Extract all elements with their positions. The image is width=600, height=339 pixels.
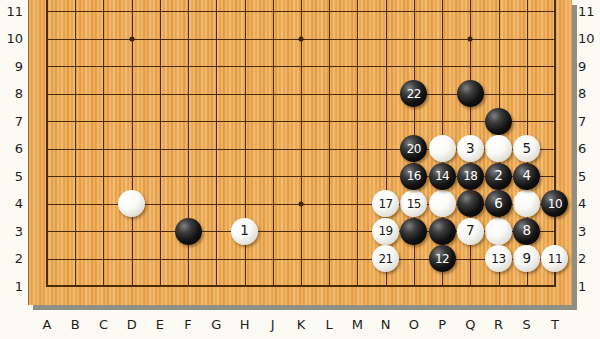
- coord-col-J: J: [259, 315, 287, 333]
- coord-row-left-1: 1: [0, 272, 23, 300]
- coord-col-T: T: [541, 315, 569, 333]
- move-18-black-Q5: 18: [457, 163, 484, 190]
- move-21-white-N2: 21: [372, 245, 399, 272]
- coord-row-right-8: 8: [578, 80, 600, 108]
- coord-row-left-9: 9: [0, 52, 23, 80]
- move-20-black-O6: 20: [400, 135, 427, 162]
- coord-row-right-11: 11: [578, 0, 600, 25]
- coord-col-S: S: [513, 315, 541, 333]
- coord-row-left-5: 5: [0, 162, 23, 190]
- coord-col-F: F: [174, 315, 202, 333]
- stone-white-P4: [429, 190, 456, 217]
- coord-row-right-2: 2: [578, 245, 600, 273]
- move-number: 18: [463, 170, 477, 182]
- move-number: 8: [522, 224, 531, 238]
- coord-row-left-3: 3: [0, 217, 23, 245]
- coord-row-right-7: 7: [578, 107, 600, 135]
- move-6-black-R4: 6: [485, 190, 512, 217]
- stone-white-D4: [118, 190, 145, 217]
- move-14-black-P5: 14: [429, 163, 456, 190]
- stone-black-Q8: [457, 80, 484, 107]
- move-number: 16: [407, 170, 421, 182]
- row-labels-left: 1110987654321: [0, 0, 23, 300]
- move-1-white-H3: 1: [231, 218, 258, 245]
- move-number: 6: [494, 197, 503, 211]
- move-number: 15: [407, 198, 421, 210]
- move-11-white-T2: 11: [541, 245, 568, 272]
- move-number: 14: [435, 170, 449, 182]
- move-number: 17: [378, 198, 392, 210]
- coord-col-R: R: [484, 315, 512, 333]
- stone-black-F3: [175, 218, 202, 245]
- stone-black-P3: [429, 218, 456, 245]
- move-number: 4: [522, 169, 531, 183]
- stone-white-S4: [513, 190, 540, 217]
- stone-black-Q4: [457, 190, 484, 217]
- coord-col-L: L: [315, 315, 343, 333]
- move-number: 10: [548, 198, 562, 210]
- move-number: 1: [240, 224, 249, 238]
- coord-col-H: H: [230, 315, 258, 333]
- move-7-white-Q3: 7: [457, 218, 484, 245]
- coord-col-N: N: [372, 315, 400, 333]
- move-number: 19: [378, 225, 392, 237]
- move-number: 20: [407, 143, 421, 155]
- stone-white-R3: [485, 218, 512, 245]
- coord-row-right-9: 9: [578, 52, 600, 80]
- move-12-black-P2: 12: [429, 245, 456, 272]
- row-labels-right: 1110987654321: [578, 0, 600, 300]
- go-diagram: 12345678910111213141516171819202122 1110…: [0, 0, 600, 339]
- coord-col-Q: Q: [456, 315, 484, 333]
- coord-col-D: D: [118, 315, 146, 333]
- move-number: 22: [407, 88, 421, 100]
- coord-row-right-4: 4: [578, 190, 600, 218]
- stone-white-P6: [429, 135, 456, 162]
- coord-row-right-5: 5: [578, 162, 600, 190]
- coord-col-G: G: [202, 315, 230, 333]
- move-9-white-S2: 9: [513, 245, 540, 272]
- coord-col-E: E: [146, 315, 174, 333]
- move-8-black-S3: 8: [513, 218, 540, 245]
- move-17-white-N4: 17: [372, 190, 399, 217]
- coord-col-O: O: [400, 315, 428, 333]
- coord-row-right-10: 10: [578, 25, 600, 53]
- coord-row-left-6: 6: [0, 135, 23, 163]
- coord-row-left-8: 8: [0, 80, 23, 108]
- move-19-white-N3: 19: [372, 218, 399, 245]
- coord-row-right-1: 1: [578, 272, 600, 300]
- stone-black-R7: [485, 108, 512, 135]
- move-number: 7: [466, 224, 475, 238]
- column-labels-bottom: ABCDEFGHJKLMNOPQRST: [33, 315, 569, 333]
- move-number: 11: [548, 253, 562, 265]
- move-number: 12: [435, 253, 449, 265]
- move-number: 2: [494, 169, 503, 183]
- move-number: 9: [522, 252, 531, 266]
- coord-col-K: K: [287, 315, 315, 333]
- move-13-white-R2: 13: [485, 245, 512, 272]
- stones-layer: 12345678910111213141516171819202122: [33, 0, 569, 300]
- move-2-black-R5: 2: [485, 163, 512, 190]
- coord-row-right-3: 3: [578, 217, 600, 245]
- move-number: 5: [522, 142, 531, 156]
- stone-white-R6: [485, 135, 512, 162]
- move-4-black-S5: 4: [513, 163, 540, 190]
- coord-row-left-2: 2: [0, 245, 23, 273]
- move-number: 13: [491, 253, 505, 265]
- coord-col-C: C: [89, 315, 117, 333]
- move-number: 21: [378, 253, 392, 265]
- move-15-white-O4: 15: [400, 190, 427, 217]
- coord-col-B: B: [61, 315, 89, 333]
- move-number: 3: [466, 142, 475, 156]
- coord-row-right-6: 6: [578, 135, 600, 163]
- coord-row-left-11: 11: [0, 0, 23, 25]
- coord-row-left-7: 7: [0, 107, 23, 135]
- move-16-black-O5: 16: [400, 163, 427, 190]
- stone-black-O3: [400, 218, 427, 245]
- coord-row-left-10: 10: [0, 25, 23, 53]
- coord-col-M: M: [343, 315, 371, 333]
- move-10-black-T4: 10: [541, 190, 568, 217]
- coord-col-P: P: [428, 315, 456, 333]
- move-22-black-O8: 22: [400, 80, 427, 107]
- move-5-white-S6: 5: [513, 135, 540, 162]
- coord-col-A: A: [33, 315, 61, 333]
- move-3-white-Q6: 3: [457, 135, 484, 162]
- coord-row-left-4: 4: [0, 190, 23, 218]
